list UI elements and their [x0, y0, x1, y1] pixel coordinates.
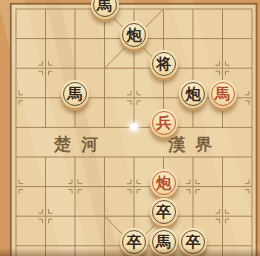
red-cannon-piece[interactable]: 炮: [150, 169, 178, 197]
black-cannon-piece[interactable]: 炮: [120, 21, 148, 49]
piece-character: 炮: [186, 80, 201, 108]
piece-character: 卒: [127, 228, 142, 256]
piece-character: 卒: [186, 228, 201, 256]
black-cannon-piece[interactable]: 炮: [179, 80, 207, 108]
piece-character: 炮: [156, 169, 171, 197]
black-soldier-piece[interactable]: 卒: [179, 228, 207, 256]
black-horse-piece[interactable]: 馬: [150, 228, 178, 256]
black-soldier-piece[interactable]: 卒: [150, 198, 178, 226]
black-soldier-piece[interactable]: 卒: [120, 228, 148, 256]
piece-character: 炮: [127, 21, 142, 49]
piece-character: 馬: [156, 228, 171, 256]
red-horse-piece[interactable]: 馬: [209, 80, 237, 108]
piece-character: 将: [156, 50, 171, 78]
black-general-piece[interactable]: 将: [150, 50, 178, 78]
piece-character: 馬: [215, 80, 230, 108]
piece-character: 兵: [156, 109, 171, 137]
piece-character: 卒: [156, 198, 171, 226]
piece-character: 馬: [97, 0, 112, 19]
red-soldier-piece[interactable]: 兵: [150, 109, 178, 137]
black-horse-piece[interactable]: 馬: [91, 0, 119, 19]
pieces-layer: 馬炮将馬炮馬兵炮卒卒馬卒: [0, 0, 260, 256]
black-horse-piece[interactable]: 馬: [61, 80, 89, 108]
piece-character: 馬: [68, 80, 83, 108]
xiangqi-game-screen: 楚河 漢界 馬炮将馬炮馬兵炮卒卒馬卒: [0, 0, 260, 256]
